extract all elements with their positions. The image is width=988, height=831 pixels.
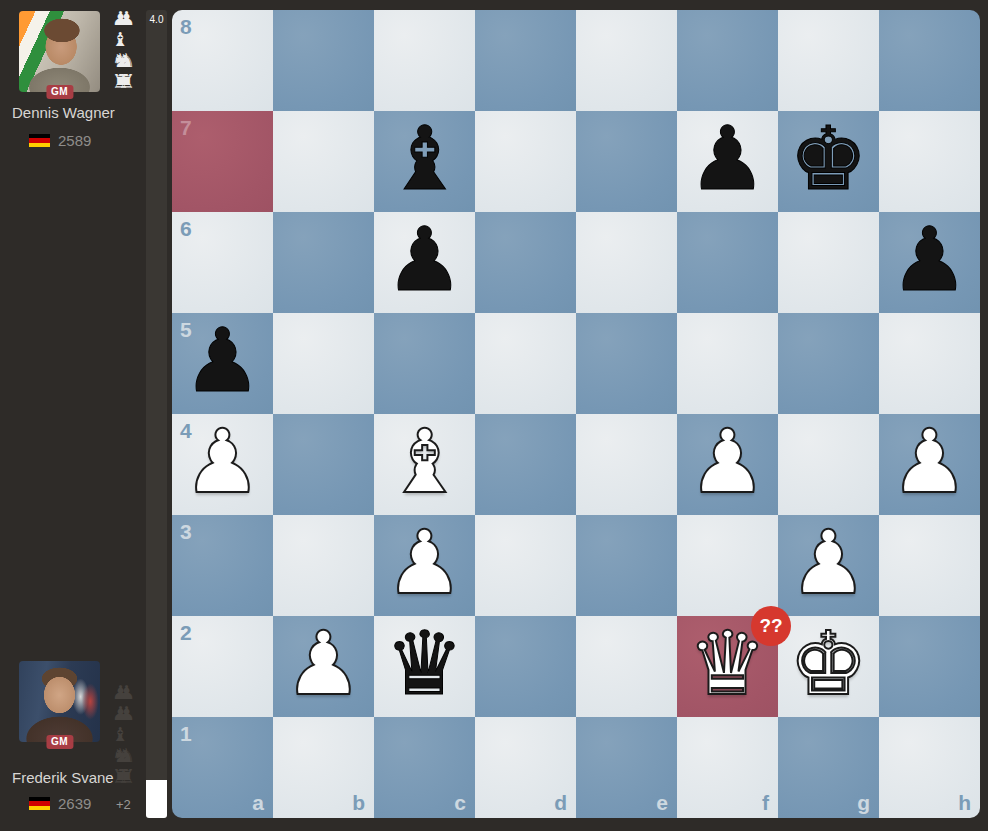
square-c2[interactable]: ♛ [374, 616, 475, 717]
eval-bar: 4.0 [146, 10, 167, 818]
square-f7[interactable]: ♟ [677, 111, 778, 212]
material-captured-by-black: ♟♟♝♞♞♜♜ [112, 8, 129, 91]
square-b6[interactable] [273, 212, 374, 313]
square-g4[interactable] [778, 414, 879, 515]
square-d1[interactable]: d [475, 717, 576, 818]
knight-pair-icon: ♞♞ [112, 50, 129, 70]
black-player-rating: 2589 [58, 132, 91, 149]
square-e5[interactable] [576, 313, 677, 414]
gm-title-badge: GM [46, 735, 73, 749]
sidebar: GM Dennis Wagner 2589 ♟♟♝♞♞♜♜ GM Frederi… [0, 0, 146, 831]
eval-bar-white-portion [146, 780, 167, 818]
square-b4[interactable] [273, 414, 374, 515]
germany-flag-icon [29, 134, 50, 147]
bishop-icon: ♝ [112, 29, 129, 49]
square-a4[interactable]: 4♟ [172, 414, 273, 515]
square-a5[interactable]: 5♟ [172, 313, 273, 414]
knight-pair-icon: ♞♞ [112, 745, 129, 765]
black-pawn: ♟ [183, 317, 262, 405]
rank-label-2: 2 [180, 622, 192, 643]
square-f3[interactable] [677, 515, 778, 616]
square-e1[interactable]: e [576, 717, 677, 818]
white-player-rating: 2639 [58, 795, 91, 812]
square-h6[interactable]: ♟ [879, 212, 980, 313]
white-king: ♚ [789, 620, 868, 708]
chess-board[interactable]: 87♝♟♚6♟♟5♟4♟♝♟♟3♟♟2♟♛♛??♚1abcdefgh [172, 10, 980, 818]
black-king: ♚ [789, 115, 868, 203]
black-player-avatar: GM [19, 11, 100, 92]
square-a1[interactable]: 1a [172, 717, 273, 818]
black-pawn: ♟ [385, 216, 464, 304]
square-h2[interactable] [879, 616, 980, 717]
germany-flag-icon [29, 797, 50, 810]
square-a7[interactable]: 7 [172, 111, 273, 212]
file-label-b: b [352, 792, 365, 813]
square-e8[interactable] [576, 10, 677, 111]
square-d2[interactable] [475, 616, 576, 717]
square-g5[interactable] [778, 313, 879, 414]
white-player-rating-row: 2639 [29, 795, 91, 812]
black-bishop: ♝ [385, 115, 464, 203]
square-b3[interactable] [273, 515, 374, 616]
white-pawn: ♟ [385, 519, 464, 607]
rank-label-8: 8 [180, 16, 192, 37]
rook-pair-icon: ♜♜ [112, 766, 129, 786]
square-a3[interactable]: 3 [172, 515, 273, 616]
black-player-name: Dennis Wagner [12, 104, 162, 121]
white-pawn: ♟ [284, 620, 363, 708]
rank-label-6: 6 [180, 218, 192, 239]
rank-label-7: 7 [180, 117, 192, 138]
white-pawn: ♟ [688, 418, 767, 506]
square-e6[interactable] [576, 212, 677, 313]
square-e7[interactable] [576, 111, 677, 212]
square-b5[interactable] [273, 313, 374, 414]
file-label-g: g [857, 792, 870, 813]
square-d4[interactable] [475, 414, 576, 515]
square-d6[interactable] [475, 212, 576, 313]
file-label-f: f [762, 792, 769, 813]
square-c8[interactable] [374, 10, 475, 111]
square-f4[interactable]: ♟ [677, 414, 778, 515]
file-label-e: e [656, 792, 668, 813]
white-pawn: ♟ [890, 418, 969, 506]
square-h7[interactable] [879, 111, 980, 212]
black-player-rating-row: 2589 [29, 132, 91, 149]
file-label-d: d [554, 792, 567, 813]
bishop-icon: ♝ [112, 724, 129, 744]
square-h8[interactable] [879, 10, 980, 111]
file-label-h: h [958, 792, 971, 813]
square-h4[interactable]: ♟ [879, 414, 980, 515]
eval-value: 4.0 [146, 14, 167, 25]
square-c5[interactable] [374, 313, 475, 414]
square-h1[interactable]: h [879, 717, 980, 818]
square-f5[interactable] [677, 313, 778, 414]
black-queen: ♛ [385, 620, 464, 708]
square-b2[interactable]: ♟ [273, 616, 374, 717]
square-b8[interactable] [273, 10, 374, 111]
square-c7[interactable]: ♝ [374, 111, 475, 212]
square-b1[interactable]: b [273, 717, 374, 818]
white-bishop: ♝ [385, 418, 464, 506]
square-e3[interactable] [576, 515, 677, 616]
square-g8[interactable] [778, 10, 879, 111]
rank-label-3: 3 [180, 521, 192, 542]
black-pawn: ♟ [890, 216, 969, 304]
pawn-pair-icon: ♟♟ [112, 8, 129, 28]
square-c3[interactable]: ♟ [374, 515, 475, 616]
square-g7[interactable]: ♚ [778, 111, 879, 212]
square-d7[interactable] [475, 111, 576, 212]
square-a8[interactable]: 8 [172, 10, 273, 111]
square-g2[interactable]: ♚ [778, 616, 879, 717]
square-g3[interactable]: ♟ [778, 515, 879, 616]
square-f1[interactable]: f [677, 717, 778, 818]
file-label-c: c [454, 792, 466, 813]
square-g1[interactable]: g [778, 717, 879, 818]
pawn-pair-icon: ♟♟ [112, 703, 129, 723]
black-pawn: ♟ [688, 115, 767, 203]
square-e2[interactable] [576, 616, 677, 717]
square-c4[interactable]: ♝ [374, 414, 475, 515]
square-d3[interactable] [475, 515, 576, 616]
broadcast-app: GM Dennis Wagner 2589 ♟♟♝♞♞♜♜ GM Frederi… [0, 0, 988, 831]
material-captured-by-white: ♟♟♟♟♝♞♞♜♜ [112, 682, 129, 786]
white-pawn: ♟ [183, 418, 262, 506]
square-h3[interactable] [879, 515, 980, 616]
white-player-avatar: GM [19, 661, 100, 742]
square-b7[interactable] [273, 111, 374, 212]
square-a6[interactable]: 6 [172, 212, 273, 313]
square-a2[interactable]: 2 [172, 616, 273, 717]
square-g6[interactable] [778, 212, 879, 313]
pawn-pair-icon: ♟♟ [112, 682, 129, 702]
blunder-badge: ?? [751, 606, 791, 646]
square-f6[interactable] [677, 212, 778, 313]
square-d5[interactable] [475, 313, 576, 414]
square-h5[interactable] [879, 313, 980, 414]
rank-label-1: 1 [180, 723, 192, 744]
square-f2[interactable]: ♛?? [677, 616, 778, 717]
gm-title-badge: GM [46, 85, 73, 99]
file-label-a: a [252, 792, 264, 813]
square-f8[interactable] [677, 10, 778, 111]
rook-pair-icon: ♜♜ [112, 71, 129, 91]
square-e4[interactable] [576, 414, 677, 515]
white-pawn: ♟ [789, 519, 868, 607]
square-c1[interactable]: c [374, 717, 475, 818]
square-d8[interactable] [475, 10, 576, 111]
square-c6[interactable]: ♟ [374, 212, 475, 313]
material-advantage-label: +2 [116, 797, 131, 812]
white-player-name: Frederik Svane [12, 769, 162, 786]
